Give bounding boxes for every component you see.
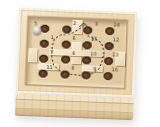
hole-number: 11 (46, 65, 53, 70)
box-top-face: 52314161512741013118916 (16, 8, 137, 97)
hole-number: 9 (93, 67, 96, 72)
maze-floor: 52314161512741013118916 (26, 17, 126, 88)
hole-number: 15 (91, 37, 98, 42)
hole: 1 (39, 40, 48, 48)
hole-number: 12 (113, 37, 120, 42)
hole-number: 7 (50, 50, 53, 55)
hole: 8 (60, 70, 69, 78)
hole-number: 5 (34, 21, 37, 26)
box-front-face (15, 94, 134, 121)
labyrinth-box: 52314161512741013118916 (15, 8, 137, 120)
hole-number: 13 (112, 52, 119, 57)
hole-number: 10 (90, 52, 97, 57)
hole-number: 1 (51, 35, 54, 40)
hole-number: 16 (111, 67, 118, 72)
hole: 7 (39, 55, 48, 63)
hole: 6 (61, 40, 70, 48)
hole-number: 2 (73, 21, 76, 26)
hole: 2 (62, 25, 71, 33)
hole: 4 (61, 55, 70, 63)
product-photo: 52314161512741013118916 (0, 0, 160, 127)
hole-number: 3 (95, 22, 98, 27)
hole-number: 8 (71, 66, 74, 71)
dashed-route-line (51, 24, 105, 76)
hole-number: 14 (113, 22, 120, 27)
hole: 5 (40, 25, 49, 33)
hole-number: 4 (72, 51, 75, 56)
hole: 11 (38, 70, 47, 78)
wood-grain (15, 94, 134, 121)
hole-number: 6 (72, 36, 75, 41)
